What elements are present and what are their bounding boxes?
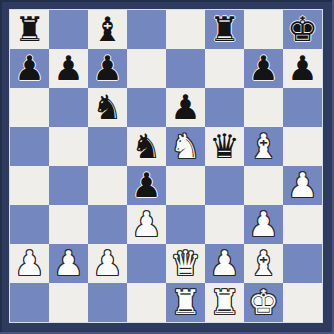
square-d6[interactable] <box>127 88 166 127</box>
black-rook[interactable]: ♜ <box>14 10 44 49</box>
square-f5[interactable]: ♛ <box>205 127 244 166</box>
square-c6[interactable]: ♞ <box>88 88 127 127</box>
white-queen[interactable]: ♛ <box>170 244 200 283</box>
square-a6[interactable] <box>10 88 49 127</box>
white-pawn[interactable]: ♟ <box>209 244 239 283</box>
square-b5[interactable] <box>49 127 88 166</box>
square-e3[interactable] <box>166 205 205 244</box>
square-a4[interactable] <box>10 166 49 205</box>
black-king[interactable]: ♚ <box>287 10 317 49</box>
square-h2[interactable] <box>283 244 322 283</box>
square-b8[interactable] <box>49 10 88 49</box>
square-c4[interactable] <box>88 166 127 205</box>
white-bishop[interactable]: ♝ <box>248 244 278 283</box>
square-c1[interactable] <box>88 283 127 322</box>
square-g6[interactable] <box>244 88 283 127</box>
black-queen[interactable]: ♛ <box>209 127 239 166</box>
square-g8[interactable] <box>244 10 283 49</box>
square-c5[interactable] <box>88 127 127 166</box>
white-pawn[interactable]: ♟ <box>14 244 44 283</box>
square-g3[interactable]: ♟ <box>244 205 283 244</box>
square-h4[interactable]: ♟ <box>283 166 322 205</box>
square-a2[interactable]: ♟ <box>10 244 49 283</box>
square-h6[interactable] <box>283 88 322 127</box>
square-g5[interactable]: ♝ <box>244 127 283 166</box>
black-pawn[interactable]: ♟ <box>92 49 122 88</box>
square-d7[interactable] <box>127 49 166 88</box>
white-knight[interactable]: ♞ <box>170 127 200 166</box>
black-pawn[interactable]: ♟ <box>287 49 317 88</box>
white-pawn[interactable]: ♟ <box>287 166 317 205</box>
square-e5[interactable]: ♞ <box>166 127 205 166</box>
white-pawn[interactable]: ♟ <box>92 244 122 283</box>
square-g1[interactable]: ♚ <box>244 283 283 322</box>
square-h3[interactable] <box>283 205 322 244</box>
square-f4[interactable] <box>205 166 244 205</box>
square-c3[interactable] <box>88 205 127 244</box>
black-pawn[interactable]: ♟ <box>53 49 83 88</box>
square-e6[interactable]: ♟ <box>166 88 205 127</box>
square-e4[interactable] <box>166 166 205 205</box>
square-b6[interactable] <box>49 88 88 127</box>
square-d2[interactable] <box>127 244 166 283</box>
square-c8[interactable]: ♝ <box>88 10 127 49</box>
black-knight[interactable]: ♞ <box>92 88 122 127</box>
white-bishop[interactable]: ♝ <box>248 127 278 166</box>
black-pawn[interactable]: ♟ <box>248 49 278 88</box>
square-b7[interactable]: ♟ <box>49 49 88 88</box>
square-g7[interactable]: ♟ <box>244 49 283 88</box>
board-frame: ♜♝♜♚♟♟♟♟♟♞♟♞♞♛♝♟♟♟♟♟♟♟♛♟♝♜♜♚ <box>0 0 334 334</box>
square-b4[interactable] <box>49 166 88 205</box>
square-h5[interactable] <box>283 127 322 166</box>
square-d5[interactable]: ♞ <box>127 127 166 166</box>
square-c7[interactable]: ♟ <box>88 49 127 88</box>
square-f2[interactable]: ♟ <box>205 244 244 283</box>
black-knight[interactable]: ♞ <box>131 127 161 166</box>
square-d3[interactable]: ♟ <box>127 205 166 244</box>
square-g2[interactable]: ♝ <box>244 244 283 283</box>
square-d1[interactable] <box>127 283 166 322</box>
square-b1[interactable] <box>49 283 88 322</box>
black-rook[interactable]: ♜ <box>209 10 239 49</box>
square-g4[interactable] <box>244 166 283 205</box>
square-f6[interactable] <box>205 88 244 127</box>
black-pawn[interactable]: ♟ <box>170 88 200 127</box>
square-h8[interactable]: ♚ <box>283 10 322 49</box>
square-b2[interactable]: ♟ <box>49 244 88 283</box>
square-a8[interactable]: ♜ <box>10 10 49 49</box>
white-rook[interactable]: ♜ <box>209 283 239 322</box>
white-king[interactable]: ♚ <box>248 283 278 322</box>
square-a1[interactable] <box>10 283 49 322</box>
square-d4[interactable]: ♟ <box>127 166 166 205</box>
black-bishop[interactable]: ♝ <box>92 10 122 49</box>
square-f3[interactable] <box>205 205 244 244</box>
square-c2[interactable]: ♟ <box>88 244 127 283</box>
square-d8[interactable] <box>127 10 166 49</box>
black-pawn[interactable]: ♟ <box>131 166 161 205</box>
square-f7[interactable] <box>205 49 244 88</box>
square-h7[interactable]: ♟ <box>283 49 322 88</box>
white-pawn[interactable]: ♟ <box>53 244 83 283</box>
square-e8[interactable] <box>166 10 205 49</box>
square-a7[interactable]: ♟ <box>10 49 49 88</box>
square-e7[interactable] <box>166 49 205 88</box>
chess-board: ♜♝♜♚♟♟♟♟♟♞♟♞♞♛♝♟♟♟♟♟♟♟♛♟♝♜♜♚ <box>10 10 322 322</box>
square-h1[interactable] <box>283 283 322 322</box>
white-pawn[interactable]: ♟ <box>248 205 278 244</box>
white-pawn[interactable]: ♟ <box>131 205 161 244</box>
square-b3[interactable] <box>49 205 88 244</box>
square-f8[interactable]: ♜ <box>205 10 244 49</box>
square-e1[interactable]: ♜ <box>166 283 205 322</box>
square-e2[interactable]: ♛ <box>166 244 205 283</box>
black-pawn[interactable]: ♟ <box>14 49 44 88</box>
square-a5[interactable] <box>10 127 49 166</box>
white-rook[interactable]: ♜ <box>170 283 200 322</box>
square-a3[interactable] <box>10 205 49 244</box>
square-f1[interactable]: ♜ <box>205 283 244 322</box>
